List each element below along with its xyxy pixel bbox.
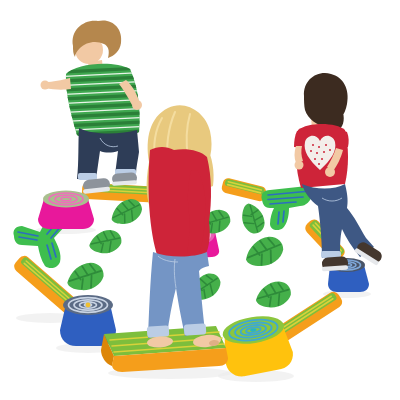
scene-svg xyxy=(0,0,400,400)
girl-right-figure xyxy=(294,73,384,271)
boy-figure xyxy=(41,20,143,193)
girl-center-cuff xyxy=(184,323,207,336)
boy-right-hand xyxy=(132,100,142,110)
stone-center-dot xyxy=(86,303,91,308)
girl-right-left-hand xyxy=(295,161,304,170)
stepping-stone-pink xyxy=(38,191,94,230)
leaf-mat xyxy=(241,233,287,271)
balance-beam-top-right xyxy=(221,177,267,202)
boy-left-hand xyxy=(41,81,50,90)
leaf-mat xyxy=(88,229,123,256)
stepping-stone-yellow xyxy=(220,312,294,378)
photo-canvas xyxy=(0,0,400,400)
leaf-mat xyxy=(239,201,266,236)
boy-cuff xyxy=(78,173,97,180)
girl-right-sleeve-right xyxy=(337,128,349,148)
y-connector-right xyxy=(261,186,312,230)
girl-right-hair xyxy=(304,73,348,131)
girl-center-cuff xyxy=(147,325,170,338)
leaf-mat xyxy=(253,279,293,311)
leaf-mat xyxy=(64,260,107,294)
girl-right-right-hand xyxy=(325,167,335,177)
